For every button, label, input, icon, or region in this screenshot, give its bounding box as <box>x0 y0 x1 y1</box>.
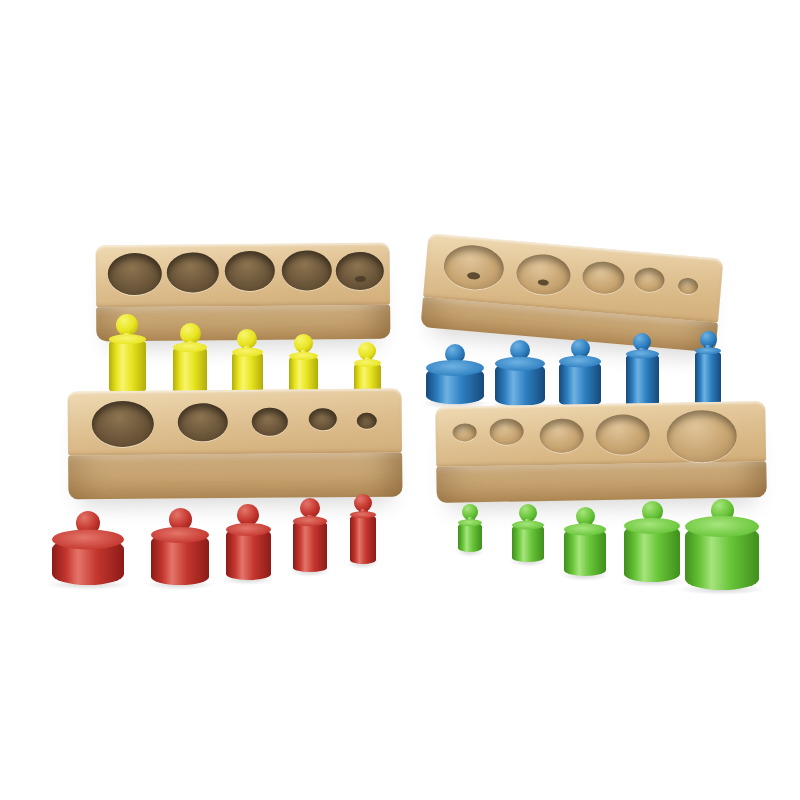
green-cylinder-4-top-rim <box>624 518 680 534</box>
blue-cylinder-4 <box>626 333 659 408</box>
blue-hole-5 <box>677 277 698 295</box>
red-hole-2 <box>178 403 228 441</box>
blue-cylinder-2-top-rim <box>495 357 545 371</box>
blue-cylinder-5 <box>695 331 721 410</box>
green-cylinder-4 <box>624 501 680 582</box>
blue-hole-1 <box>442 243 506 292</box>
blue-hole-2-drill-mark <box>537 279 549 286</box>
green-cylinder-5-body <box>685 524 759 590</box>
blue-cylinder-2-body <box>495 362 545 406</box>
red-block-front-face <box>68 453 402 500</box>
green-cylinder-3 <box>564 507 606 576</box>
red-cylinder-5 <box>350 494 376 564</box>
blue-cylinder-4-top-rim <box>626 350 659 359</box>
yellow-cylinder-4-top-rim <box>289 352 318 360</box>
green-block-front-face <box>436 461 767 503</box>
green-hole-2 <box>489 418 523 445</box>
red-hole-1 <box>92 401 154 448</box>
red-cylinder-4-body <box>293 520 327 572</box>
green-cylinder-1-body <box>458 522 482 552</box>
green-cylinder-5-top-rim <box>685 516 759 537</box>
green-cylinder-2-body <box>512 524 544 562</box>
blue-cylinder-5-top-rim <box>695 347 721 354</box>
red-block-top-face <box>68 389 403 456</box>
blue-cylinder-3-top-rim <box>559 355 601 367</box>
red-cylinder-4-top-rim <box>293 516 327 526</box>
green-cylinder-1 <box>458 504 482 552</box>
yellow-cylinder-2-body <box>173 346 207 396</box>
blue-hole-4 <box>633 266 665 293</box>
red-cylinder-1-top-rim <box>52 529 124 549</box>
yellow-cylinder-1-body <box>109 338 146 394</box>
red-cylinder-2-top-rim <box>151 527 209 543</box>
yellow-hole-1 <box>108 253 162 295</box>
green-cylinder-3-top-rim <box>564 523 606 535</box>
product-photo <box>0 0 800 800</box>
red-cylinder-1 <box>52 511 124 585</box>
yellow-cylinder-1-top-rim <box>109 334 146 344</box>
green-block-top-face <box>435 401 766 467</box>
red-cylinder-3-top-rim <box>226 523 271 536</box>
blue-block <box>420 233 723 352</box>
red-hole-4 <box>309 408 337 430</box>
yellow-block-top-face <box>96 243 391 308</box>
yellow-hole-4 <box>282 250 332 290</box>
red-cylinder-3 <box>226 504 271 580</box>
yellow-cylinder-3-top-rim <box>232 348 263 357</box>
green-hole-1 <box>452 423 476 441</box>
red-hole-5 <box>357 413 377 429</box>
green-cylinder-1-top-rim <box>458 519 482 526</box>
green-block <box>435 401 767 503</box>
yellow-cylinder-1 <box>109 314 146 394</box>
green-cylinder-4-body <box>624 524 680 582</box>
blue-hole-3 <box>581 260 626 296</box>
red-cylinder-5-top-rim <box>350 511 376 518</box>
blue-cylinder-1 <box>426 344 484 404</box>
blue-cylinder-1-top-rim <box>426 360 484 376</box>
red-cylinder-5-body <box>350 514 376 564</box>
blue-cylinder-2 <box>495 340 545 406</box>
green-cylinder-2 <box>512 504 544 562</box>
green-cylinder-5 <box>685 499 759 590</box>
yellow-hole-3 <box>225 251 275 291</box>
green-hole-3 <box>539 418 584 453</box>
red-cylinder-4 <box>293 498 327 572</box>
yellow-hole-2 <box>167 252 219 292</box>
red-cylinder-1-body <box>52 537 124 585</box>
yellow-cylinder-3 <box>232 329 263 397</box>
red-cylinder-2-body <box>151 533 209 585</box>
green-hole-4 <box>595 414 650 455</box>
green-hole-5 <box>666 410 737 463</box>
green-cylinder-3-body <box>564 528 606 576</box>
red-block <box>68 389 403 500</box>
blue-cylinder-3-body <box>559 360 601 407</box>
yellow-cylinder-5-top-rim <box>354 359 381 367</box>
blue-cylinder-4-body <box>626 353 659 408</box>
yellow-cylinder-2 <box>173 323 207 396</box>
blue-hole-2 <box>515 252 572 297</box>
yellow-hole-5 <box>336 252 384 290</box>
green-cylinder-2-top-rim <box>512 521 544 530</box>
red-cylinder-3-body <box>226 528 271 580</box>
blue-hole-1-drill-mark <box>467 272 481 280</box>
blue-cylinder-1-body <box>426 366 484 404</box>
blue-cylinder-3 <box>559 339 601 407</box>
red-cylinder-2 <box>151 508 209 585</box>
yellow-cylinder-4 <box>289 334 318 397</box>
red-hole-3 <box>252 408 288 436</box>
yellow-hole-5-drill-mark <box>355 275 366 281</box>
yellow-cylinder-2-top-rim <box>173 342 207 352</box>
